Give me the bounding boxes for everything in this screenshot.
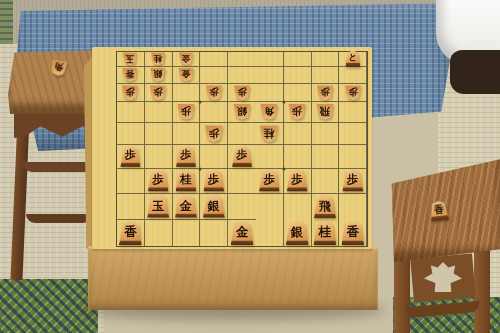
board-grid: 玉桂金と香銀金歩歩歩歩歩歩歩銀角歩飛歩桂歩歩歩歩桂歩歩歩歩玉金銀飛香金銀桂香 [116, 51, 368, 247]
piece-kanji: 香 [347, 226, 360, 239]
shogi-piece-pawn-near[interactable]: 歩 [259, 169, 280, 192]
shogi-piece-pawn-near[interactable]: 歩 [120, 146, 140, 168]
shogi-piece-pawn-far[interactable]: 歩 [204, 125, 223, 142]
shogi-piece-pawn-near[interactable]: 歩 [232, 146, 252, 168]
piece-kanji: 歩 [237, 87, 247, 97]
piece-kanji: と [348, 53, 357, 62]
piece-kanji: 歩 [292, 106, 302, 116]
board-cell-r1-c5[interactable] [228, 52, 256, 67]
board-cell-r4-c6[interactable]: 角 [256, 102, 284, 123]
shogi-piece-knight-far[interactable]: 桂 [260, 125, 279, 142]
piece-kanji: 歩 [209, 87, 219, 97]
piece-kanji: 歩 [348, 87, 358, 97]
board-cell-r6-c9[interactable] [339, 145, 367, 169]
board-cell-r3-c8[interactable]: 歩 [312, 84, 340, 103]
board-cell-r9-c1[interactable]: 香 [117, 220, 145, 247]
shogi-piece-pawn-far[interactable]: 歩 [205, 85, 222, 100]
board-cell-r1-c4[interactable] [200, 52, 228, 67]
board-cell-r1-c6[interactable] [256, 52, 284, 67]
piece-kanji: 歩 [181, 106, 191, 116]
left-stool-rail [22, 162, 96, 172]
board-cell-r8-c4[interactable]: 銀 [200, 194, 228, 220]
piece-wood-base [341, 241, 364, 246]
piece-wood-base [148, 187, 169, 192]
shogi-piece-silver-far[interactable]: 銀 [233, 104, 251, 120]
piece-wood-base [345, 62, 360, 67]
board-cell-r5-c1[interactable] [117, 123, 145, 146]
shogi-piece-pawn-far[interactable]: 歩 [344, 85, 361, 100]
board-cell-r4-c4[interactable] [200, 102, 228, 123]
board-cell-r2-c4[interactable] [200, 67, 228, 84]
left-stool-rail [26, 214, 92, 223]
piece-wood-base [314, 214, 336, 219]
board-cell-r2-c6[interactable] [256, 67, 284, 84]
piece-kanji: 銀 [237, 106, 247, 116]
piece-kanji: 歩 [320, 87, 330, 97]
board-cell-r7-c4[interactable]: 歩 [200, 169, 228, 194]
piece-kanji: 玉 [126, 54, 135, 63]
board-cell-r7-c2[interactable]: 歩 [145, 169, 173, 194]
shogi-piece-silver-far[interactable]: 銀 [150, 68, 166, 82]
board-cell-r9-c2[interactable] [145, 220, 173, 247]
right-stool-leg [474, 238, 490, 333]
piece-kanji: 歩 [264, 174, 276, 186]
board-cell-r4-c5[interactable]: 銀 [228, 102, 256, 123]
piece-wood-base [176, 163, 196, 168]
board-cell-r6-c1[interactable]: 歩 [117, 145, 145, 169]
shogi-piece-rook-near[interactable]: 飛 [314, 195, 336, 219]
board-cell-r7-c9[interactable]: 歩 [339, 169, 367, 194]
board-cell-r6-c3[interactable]: 歩 [173, 145, 201, 169]
board-cell-r3-c6[interactable] [256, 84, 284, 103]
sente-captured-pieces-tray: 香 [430, 200, 468, 236]
piece-kanji: 銀 [291, 226, 304, 239]
board-cell-r4-c3[interactable]: 歩 [173, 102, 201, 123]
shogi-piece-lance-near[interactable]: 香 [429, 198, 469, 221]
board-cell-r1-c8[interactable] [312, 52, 340, 67]
board-cell-r3-c9[interactable]: 歩 [339, 84, 367, 103]
board-cell-r3-c2[interactable]: 歩 [145, 84, 173, 103]
piece-kanji: 桂 [264, 127, 275, 138]
board-cell-r3-c3[interactable] [173, 84, 201, 103]
board-cell-r1-c3[interactable]: 金 [173, 52, 201, 67]
shogi-piece-pawn-near[interactable]: 歩 [203, 169, 224, 192]
board-cell-r4-c1[interactable] [117, 102, 145, 123]
shogi-piece-knight-near[interactable]: 桂 [175, 169, 196, 192]
board-cell-r2-c2[interactable]: 銀 [145, 67, 173, 84]
board-cell-r1-c9[interactable]: と [339, 52, 367, 67]
shogi-piece-pawn-far[interactable]: 歩 [288, 104, 306, 120]
shogi-board: 玉桂金と香銀金歩歩歩歩歩歩歩銀角歩飛歩桂歩歩歩歩桂歩歩歩歩玉金銀飛香金銀桂香 [92, 47, 372, 249]
piece-kanji: 歩 [209, 127, 220, 138]
board-cell-r9-c8[interactable]: 桂 [312, 220, 340, 247]
piece-wood-base [203, 213, 225, 218]
shogi-piece-pawn-far[interactable]: 歩 [316, 85, 333, 100]
board-cell-r5-c3[interactable] [173, 123, 201, 146]
piece-wood-base [259, 187, 280, 192]
player-knee-shadow [450, 50, 500, 94]
board-cell-r8-c2[interactable]: 玉 [145, 194, 173, 220]
piece-wood-base [175, 213, 197, 218]
board-cell-r5-c7[interactable] [284, 123, 312, 146]
board-cell-r5-c9[interactable] [339, 123, 367, 146]
board-cell-r3-c1[interactable]: 歩 [117, 84, 145, 103]
shogi-piece-pawn-far[interactable]: 歩 [150, 85, 167, 100]
piece-kanji: 歩 [152, 174, 164, 186]
board-cell-r7-c6[interactable]: 歩 [256, 169, 284, 194]
shogi-piece-king-far[interactable]: 玉 [123, 52, 138, 65]
piece-kanji: 金 [181, 69, 190, 78]
shogi-piece-gold-far[interactable]: 金 [178, 52, 193, 65]
board-cell-r9-c5[interactable]: 金 [228, 220, 256, 247]
shogi-piece-pawn-near[interactable]: 歩 [176, 146, 196, 168]
piece-kanji: 歩 [291, 174, 303, 186]
board-cell-r8-c7[interactable] [284, 194, 312, 220]
board-cell-r2-c1[interactable]: 香 [117, 67, 145, 84]
board-cell-r9-c6[interactable] [256, 220, 284, 247]
piece-kanji: 金 [236, 226, 249, 239]
board-cell-r7-c1[interactable] [117, 169, 145, 194]
piece-kanji: 角 [264, 106, 274, 116]
board-cell-r9-c7[interactable]: 銀 [284, 220, 312, 247]
piece-kanji: 銀 [208, 199, 220, 211]
shogi-piece-bishop-far[interactable]: 角 [49, 60, 87, 80]
board-cell-r3-c4[interactable]: 歩 [200, 84, 228, 103]
shogi-piece-silver-near[interactable]: 銀 [203, 194, 225, 218]
shogi-piece-pawn-far[interactable]: 歩 [177, 104, 195, 120]
board-cell-r8-c5[interactable] [228, 194, 256, 220]
piece-kanji: 歩 [237, 150, 248, 161]
piece-wood-base [286, 241, 309, 246]
piece-wood-base [120, 163, 140, 168]
board-cell-r9-c4[interactable] [200, 220, 228, 247]
piece-kanji: 玉 [152, 199, 164, 211]
gote-captured-pieces-tray: 角 [50, 62, 86, 94]
board-cell-r6-c2[interactable] [145, 145, 173, 169]
board-cell-r2-c9[interactable] [339, 67, 367, 84]
piece-kanji: 桂 [154, 54, 163, 63]
piece-wood-base [287, 187, 308, 192]
piece-wood-base [175, 187, 196, 192]
shogi-match-scene: 角 香 玉桂金と香銀金歩歩歩歩歩歩歩銀角歩飛歩桂歩歩歩歩桂歩歩歩歩玉金銀飛香金銀… [0, 0, 500, 333]
board-cell-r9-c9[interactable]: 香 [339, 220, 367, 247]
board-cell-r2-c7[interactable] [284, 67, 312, 84]
shogi-piece-pawn-near[interactable]: 歩 [342, 169, 363, 192]
board-cell-r5-c4[interactable]: 歩 [200, 123, 228, 146]
shogi-piece-tokin-near[interactable]: と [345, 50, 360, 67]
shogi-piece-gold-near[interactable]: 金 [175, 194, 197, 218]
board-cell-r6-c8[interactable] [312, 145, 340, 169]
piece-kanji: 銀 [154, 69, 163, 78]
piece-wood-base [342, 187, 363, 192]
piece-wood-base [313, 241, 336, 246]
piece-kanji: 飛 [320, 106, 330, 116]
shogi-piece-gold-far[interactable]: 金 [178, 68, 194, 82]
board-cell-r5-c2[interactable] [145, 123, 173, 146]
shogi-piece-pawn-near[interactable]: 歩 [287, 169, 308, 192]
board-front-face [88, 246, 378, 310]
shogi-piece-lance-far[interactable]: 香 [122, 68, 138, 82]
piece-kanji: 角 [53, 62, 64, 73]
board-cell-r8-c6[interactable] [256, 194, 284, 220]
board-cell-r7-c8[interactable] [312, 169, 340, 194]
board-cell-r2-c3[interactable]: 金 [173, 67, 201, 84]
board-cell-r4-c2[interactable] [145, 102, 173, 123]
board-cell-r1-c1[interactable]: 玉 [117, 52, 145, 67]
piece-kanji: 桂 [180, 174, 192, 186]
board-cell-r3-c7[interactable] [284, 84, 312, 103]
piece-kanji: 歩 [347, 174, 359, 186]
board-cell-r4-c9[interactable] [339, 102, 367, 123]
piece-kanji: 金 [182, 54, 191, 63]
board-cell-r4-c7[interactable]: 歩 [284, 102, 312, 123]
piece-kanji: 金 [180, 199, 192, 211]
piece-kanji: 香 [124, 226, 137, 239]
shogi-piece-lance-near[interactable]: 香 [119, 221, 142, 246]
piece-kanji: 桂 [319, 226, 332, 239]
board-cell-r8-c8[interactable]: 飛 [312, 194, 340, 220]
piece-wood-base [231, 241, 254, 246]
shogi-piece-silver-near[interactable]: 銀 [286, 221, 309, 246]
board-cell-r2-c5[interactable] [228, 67, 256, 84]
board-cell-r7-c7[interactable]: 歩 [284, 169, 312, 194]
shogi-piece-lance-near[interactable]: 香 [341, 221, 364, 246]
board-cell-r6-c6[interactable] [256, 145, 284, 169]
board-cell-r5-c5[interactable] [228, 123, 256, 146]
board-cell-r8-c3[interactable]: 金 [173, 194, 201, 220]
piece-kanji: 歩 [208, 174, 220, 186]
piece-kanji: 飛 [319, 200, 331, 212]
board-cell-r8-c9[interactable] [339, 194, 367, 220]
board-cell-r9-c3[interactable] [173, 220, 201, 247]
piece-kanji: 歩 [180, 150, 191, 161]
shogi-piece-knight-far[interactable]: 桂 [151, 52, 166, 65]
board-cell-r5-c8[interactable] [312, 123, 340, 146]
shogi-piece-pawn-far[interactable]: 歩 [234, 85, 251, 100]
piece-kanji: 歩 [125, 150, 136, 161]
board-cell-r6-c4[interactable] [200, 145, 228, 169]
piece-wood-base [119, 241, 142, 246]
board-cell-r7-c3[interactable]: 桂 [173, 169, 201, 194]
piece-wood-base [232, 163, 252, 168]
shogi-piece-knight-near[interactable]: 桂 [313, 221, 336, 246]
board-cell-r1-c7[interactable] [284, 52, 312, 67]
shogi-piece-pawn-far[interactable]: 歩 [122, 85, 139, 100]
piece-kanji: 歩 [153, 87, 163, 97]
board-cell-r7-c5[interactable] [228, 169, 256, 194]
shogi-piece-bishop-far[interactable]: 角 [260, 104, 278, 120]
shogi-piece-king-near[interactable]: 玉 [147, 194, 169, 218]
shogi-piece-gold-near[interactable]: 金 [231, 221, 254, 246]
shogi-piece-pawn-near[interactable]: 歩 [148, 169, 169, 192]
tatami-heri-bottom-left [0, 279, 98, 333]
board-cell-r6-c5[interactable]: 歩 [228, 145, 256, 169]
shogi-piece-rook-far[interactable]: 飛 [316, 104, 334, 120]
board-cell-r5-c6[interactable]: 桂 [256, 123, 284, 146]
piece-kanji: 香 [433, 204, 444, 215]
board-cell-r8-c1[interactable] [117, 194, 145, 220]
board-cell-r1-c2[interactable]: 桂 [145, 52, 173, 67]
right-stool-leg [394, 258, 410, 333]
board-cell-r2-c8[interactable] [312, 67, 340, 84]
piece-kanji: 歩 [126, 87, 136, 97]
piece-kanji: 香 [126, 69, 135, 78]
board-cell-r3-c5[interactable]: 歩 [228, 84, 256, 103]
board-cell-r4-c8[interactable]: 飛 [312, 102, 340, 123]
board-cell-r6-c7[interactable] [284, 145, 312, 169]
piece-wood-base [147, 213, 169, 218]
piece-wood-base [203, 187, 224, 192]
